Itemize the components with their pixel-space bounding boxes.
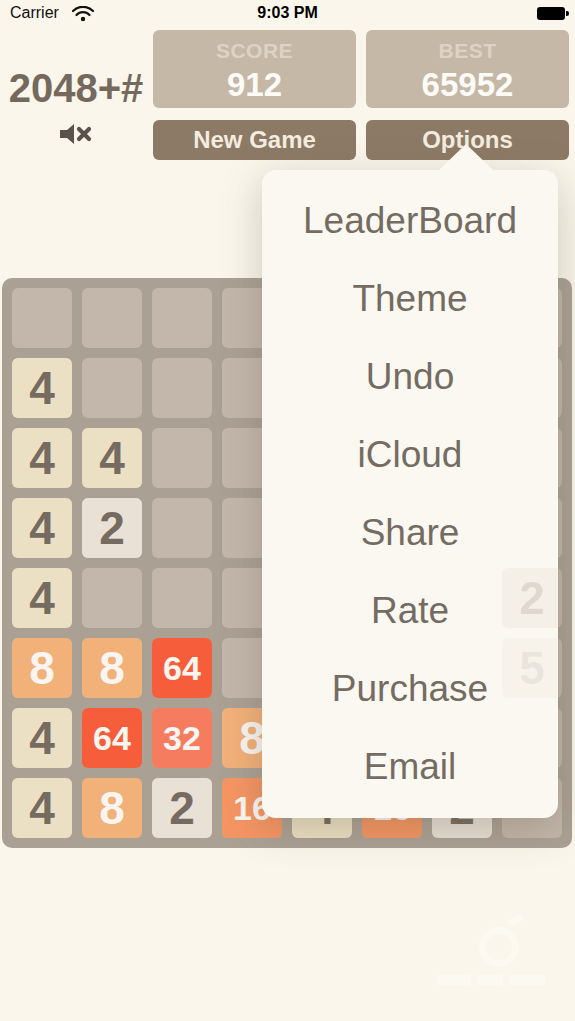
watermark-logo-circle: [479, 927, 519, 967]
board-cell: 64: [152, 638, 212, 698]
board-cell: 8: [82, 638, 142, 698]
tile-4: 4: [82, 428, 142, 488]
board-cell: 4: [12, 778, 72, 838]
app-title: 2048+#: [0, 66, 152, 111]
board-cell: 4: [82, 428, 142, 488]
watermark: [437, 913, 549, 995]
menu-item-email[interactable]: Email: [262, 728, 558, 806]
watermark-text-shape: [477, 975, 503, 985]
best-value: 65952: [366, 66, 569, 104]
new-game-button[interactable]: New Game: [153, 120, 356, 160]
board-cell: [152, 358, 212, 418]
board-cell: [12, 288, 72, 348]
tile-2: 2: [152, 778, 212, 838]
battery-icon: [537, 7, 571, 21]
menu-item-leaderboard[interactable]: LeaderBoard: [262, 182, 558, 260]
menu-item-share[interactable]: Share: [262, 494, 558, 572]
menu-item-icloud[interactable]: iCloud: [262, 416, 558, 494]
options-menu: LeaderBoardThemeUndoiCloudShareRatePurch…: [262, 170, 558, 818]
score-label: SCORE: [153, 39, 356, 63]
board-cell: 64: [82, 708, 142, 768]
tile-64: 64: [82, 708, 142, 768]
board-cell: 4: [12, 358, 72, 418]
board-cell: 2: [152, 778, 212, 838]
board-cell: 4: [12, 498, 72, 558]
watermark-logo-tick: [506, 913, 524, 927]
app-screen: Carrier 9:03 PM 2048+# SCORE 912 BEST 65…: [0, 0, 575, 1021]
board-cell: [152, 498, 212, 558]
tile-64: 64: [152, 638, 212, 698]
board-cell: [82, 568, 142, 628]
menu-item-theme[interactable]: Theme: [262, 260, 558, 338]
best-box: BEST 65952: [366, 30, 569, 108]
board-cell: 8: [82, 778, 142, 838]
board-cell: 2: [82, 498, 142, 558]
tile-4: 4: [12, 498, 72, 558]
options-popover: 25 LeaderBoardThemeUndoiCloudShareRatePu…: [262, 170, 558, 818]
board-cell: 4: [12, 708, 72, 768]
board-cell: [82, 358, 142, 418]
board-cell: [152, 288, 212, 348]
score-box: SCORE 912: [153, 30, 356, 108]
board-cell: 4: [12, 568, 72, 628]
speaker-mute-icon: [58, 121, 94, 147]
mute-button[interactable]: [52, 118, 100, 152]
menu-item-purchase[interactable]: Purchase: [262, 650, 558, 728]
tile-4: 4: [12, 568, 72, 628]
menu-item-rate[interactable]: Rate: [262, 572, 558, 650]
status-time: 9:03 PM: [0, 4, 575, 22]
tile-4: 4: [12, 778, 72, 838]
watermark-text-shape: [437, 975, 471, 985]
score-value: 912: [153, 66, 356, 104]
tile-4: 4: [12, 428, 72, 488]
tile-8: 8: [12, 638, 72, 698]
menu-item-undo[interactable]: Undo: [262, 338, 558, 416]
tile-4: 4: [12, 358, 72, 418]
board-cell: 4: [12, 428, 72, 488]
tile-8: 8: [82, 638, 142, 698]
watermark-text-shape: [509, 975, 545, 985]
tile-32: 32: [152, 708, 212, 768]
best-label: BEST: [366, 39, 569, 63]
board-cell: [152, 568, 212, 628]
tile-8: 8: [82, 778, 142, 838]
board-cell: [152, 428, 212, 488]
board-cell: 32: [152, 708, 212, 768]
board-cell: [82, 288, 142, 348]
popover-arrow: [439, 144, 493, 170]
tile-4: 4: [12, 708, 72, 768]
board-cell: 8: [12, 638, 72, 698]
tile-2: 2: [82, 498, 142, 558]
status-bar: Carrier 9:03 PM: [0, 0, 575, 28]
